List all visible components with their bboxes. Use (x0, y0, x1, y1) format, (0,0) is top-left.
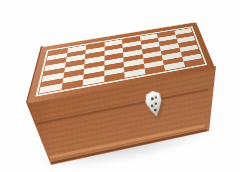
chess-box-photo (0, 0, 240, 172)
